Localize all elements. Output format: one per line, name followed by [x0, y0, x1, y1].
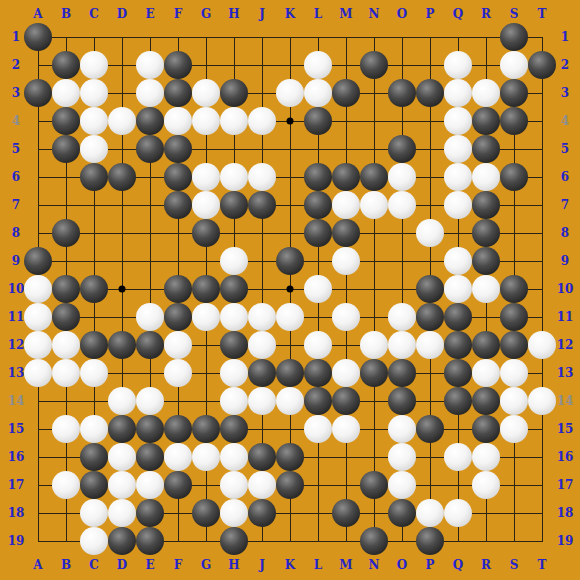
- white-stone: [472, 275, 500, 303]
- black-stone: [500, 303, 528, 331]
- white-stone: [220, 247, 248, 275]
- black-stone: [360, 471, 388, 499]
- white-stone: [80, 51, 108, 79]
- black-stone: [332, 387, 360, 415]
- column-label-bottom: N: [369, 559, 380, 571]
- black-stone: [304, 191, 332, 219]
- black-stone: [360, 51, 388, 79]
- black-stone: [108, 163, 136, 191]
- column-label-top: E: [145, 8, 154, 20]
- white-stone: [472, 163, 500, 191]
- white-stone: [276, 387, 304, 415]
- white-stone: [136, 51, 164, 79]
- black-stone: [388, 79, 416, 107]
- black-stone: [416, 79, 444, 107]
- black-stone: [444, 303, 472, 331]
- white-stone: [24, 359, 52, 387]
- white-stone: [80, 359, 108, 387]
- white-stone: [248, 387, 276, 415]
- black-stone: [80, 471, 108, 499]
- black-stone: [52, 303, 80, 331]
- white-stone: [444, 275, 472, 303]
- white-stone: [80, 107, 108, 135]
- black-stone: [52, 219, 80, 247]
- row-label-right: 14: [557, 395, 574, 407]
- black-stone: [108, 415, 136, 443]
- row-label-left: 13: [8, 367, 25, 379]
- row-label-right: 1: [561, 31, 569, 43]
- column-label-bottom: A: [33, 559, 42, 571]
- black-stone: [360, 527, 388, 555]
- row-label-right: 19: [557, 535, 574, 547]
- white-stone: [416, 499, 444, 527]
- white-stone: [304, 331, 332, 359]
- white-stone: [108, 387, 136, 415]
- white-stone: [220, 471, 248, 499]
- white-stone: [52, 471, 80, 499]
- row-label-right: 3: [561, 87, 569, 99]
- white-stone: [304, 275, 332, 303]
- black-stone: [472, 331, 500, 359]
- black-stone: [164, 471, 192, 499]
- column-label-bottom: S: [510, 559, 519, 571]
- black-stone: [220, 331, 248, 359]
- white-stone: [24, 331, 52, 359]
- white-stone: [388, 191, 416, 219]
- row-label-left: 14: [8, 395, 25, 407]
- white-stone: [388, 471, 416, 499]
- black-stone: [528, 51, 556, 79]
- row-label-left: 7: [12, 199, 20, 211]
- row-label-right: 16: [557, 451, 574, 463]
- black-stone: [24, 79, 52, 107]
- column-label-top: C: [89, 8, 99, 20]
- white-stone: [444, 247, 472, 275]
- white-stone: [220, 387, 248, 415]
- column-label-bottom: B: [61, 559, 71, 571]
- black-stone: [444, 331, 472, 359]
- black-stone: [276, 471, 304, 499]
- white-stone: [248, 107, 276, 135]
- white-stone: [24, 303, 52, 331]
- black-stone: [164, 163, 192, 191]
- black-stone: [332, 499, 360, 527]
- white-stone: [192, 443, 220, 471]
- white-stone: [80, 499, 108, 527]
- black-stone: [136, 415, 164, 443]
- white-stone: [108, 107, 136, 135]
- black-stone: [472, 191, 500, 219]
- row-label-right: 10: [557, 283, 574, 295]
- black-stone: [500, 23, 528, 51]
- black-stone: [164, 51, 192, 79]
- row-label-left: 19: [8, 535, 25, 547]
- black-stone: [164, 135, 192, 163]
- white-stone: [80, 527, 108, 555]
- black-stone: [248, 443, 276, 471]
- black-stone: [388, 359, 416, 387]
- grid-vertical-line: [374, 37, 375, 542]
- black-stone: [304, 219, 332, 247]
- white-stone: [388, 415, 416, 443]
- white-stone: [360, 191, 388, 219]
- black-stone: [388, 387, 416, 415]
- black-stone: [136, 107, 164, 135]
- column-label-top: G: [201, 8, 211, 20]
- black-stone: [416, 527, 444, 555]
- row-label-right: 8: [561, 227, 569, 239]
- black-stone: [304, 107, 332, 135]
- row-label-left: 10: [8, 283, 25, 295]
- grid-vertical-line: [346, 37, 347, 542]
- black-stone: [24, 23, 52, 51]
- grid-vertical-line: [542, 37, 543, 542]
- black-stone: [248, 499, 276, 527]
- column-label-bottom: E: [145, 559, 154, 571]
- white-stone: [248, 163, 276, 191]
- black-stone: [276, 247, 304, 275]
- go-board[interactable]: AABBCCDDEEFFGGHHJJKKLLMMNNOOPPQQRRSSTT11…: [0, 0, 580, 580]
- white-stone: [108, 499, 136, 527]
- row-label-right: 13: [557, 367, 574, 379]
- black-stone: [360, 359, 388, 387]
- column-label-top: H: [228, 8, 239, 20]
- column-label-top: S: [510, 8, 519, 20]
- column-label-bottom: K: [285, 559, 295, 571]
- column-label-bottom: M: [339, 559, 352, 571]
- black-stone: [24, 247, 52, 275]
- white-stone: [80, 415, 108, 443]
- row-label-left: 12: [8, 339, 25, 351]
- white-stone: [248, 303, 276, 331]
- column-label-bottom: O: [397, 559, 407, 571]
- column-label-top: F: [174, 8, 183, 20]
- white-stone: [52, 415, 80, 443]
- black-stone: [388, 135, 416, 163]
- white-stone: [80, 79, 108, 107]
- black-stone: [276, 359, 304, 387]
- white-stone: [220, 499, 248, 527]
- row-label-left: 8: [12, 227, 20, 239]
- black-stone: [136, 499, 164, 527]
- white-stone: [136, 387, 164, 415]
- white-stone: [500, 51, 528, 79]
- white-stone: [500, 415, 528, 443]
- white-stone: [164, 443, 192, 471]
- black-stone: [444, 387, 472, 415]
- white-stone: [192, 79, 220, 107]
- white-stone: [52, 331, 80, 359]
- white-stone: [472, 471, 500, 499]
- black-stone: [52, 107, 80, 135]
- black-stone: [108, 331, 136, 359]
- star-point: [119, 286, 126, 293]
- black-stone: [136, 443, 164, 471]
- white-stone: [164, 359, 192, 387]
- white-stone: [220, 107, 248, 135]
- black-stone: [52, 51, 80, 79]
- black-stone: [472, 135, 500, 163]
- column-label-top: R: [481, 8, 491, 20]
- black-stone: [192, 275, 220, 303]
- white-stone: [500, 387, 528, 415]
- row-label-right: 2: [561, 59, 569, 71]
- white-stone: [108, 443, 136, 471]
- white-stone: [164, 331, 192, 359]
- white-stone: [416, 219, 444, 247]
- black-stone: [108, 527, 136, 555]
- black-stone: [220, 275, 248, 303]
- column-label-bottom: T: [538, 559, 547, 571]
- column-label-bottom: J: [259, 559, 265, 571]
- column-label-top: J: [259, 8, 265, 20]
- white-stone: [276, 79, 304, 107]
- white-stone: [444, 79, 472, 107]
- white-stone: [52, 359, 80, 387]
- column-label-top: D: [117, 8, 127, 20]
- black-stone: [248, 191, 276, 219]
- row-label-left: 2: [12, 59, 20, 71]
- black-stone: [472, 219, 500, 247]
- black-stone: [304, 387, 332, 415]
- black-stone: [164, 79, 192, 107]
- black-stone: [220, 415, 248, 443]
- white-stone: [500, 359, 528, 387]
- star-point: [287, 286, 294, 293]
- row-label-right: 7: [561, 199, 569, 211]
- white-stone: [80, 135, 108, 163]
- black-stone: [500, 79, 528, 107]
- row-label-left: 15: [8, 423, 25, 435]
- white-stone: [444, 499, 472, 527]
- white-stone: [276, 303, 304, 331]
- black-stone: [192, 219, 220, 247]
- column-label-bottom: C: [89, 559, 99, 571]
- column-label-top: T: [538, 8, 547, 20]
- white-stone: [388, 303, 416, 331]
- row-label-right: 5: [561, 143, 569, 155]
- column-label-bottom: G: [201, 559, 211, 571]
- white-stone: [136, 303, 164, 331]
- white-stone: [220, 443, 248, 471]
- white-stone: [444, 191, 472, 219]
- white-stone: [332, 191, 360, 219]
- row-label-right: 4: [561, 115, 569, 127]
- white-stone: [24, 275, 52, 303]
- column-label-top: O: [397, 8, 407, 20]
- white-stone: [192, 107, 220, 135]
- black-stone: [332, 163, 360, 191]
- white-stone: [220, 163, 248, 191]
- column-label-top: L: [314, 8, 322, 20]
- row-label-left: 9: [12, 255, 20, 267]
- column-label-bottom: H: [228, 559, 239, 571]
- black-stone: [136, 135, 164, 163]
- white-stone: [248, 331, 276, 359]
- black-stone: [52, 275, 80, 303]
- column-label-bottom: F: [174, 559, 183, 571]
- black-stone: [248, 359, 276, 387]
- white-stone: [136, 79, 164, 107]
- row-label-right: 6: [561, 171, 569, 183]
- column-label-bottom: R: [481, 559, 491, 571]
- black-stone: [192, 499, 220, 527]
- white-stone: [332, 415, 360, 443]
- row-label-left: 3: [12, 87, 20, 99]
- column-label-bottom: L: [314, 559, 322, 571]
- white-stone: [472, 443, 500, 471]
- black-stone: [220, 527, 248, 555]
- black-stone: [500, 331, 528, 359]
- white-stone: [388, 163, 416, 191]
- black-stone: [472, 107, 500, 135]
- column-label-top: N: [369, 8, 380, 20]
- white-stone: [388, 443, 416, 471]
- white-stone: [416, 331, 444, 359]
- black-stone: [220, 79, 248, 107]
- white-stone: [472, 359, 500, 387]
- black-stone: [220, 191, 248, 219]
- white-stone: [472, 79, 500, 107]
- row-label-right: 9: [561, 255, 569, 267]
- black-stone: [332, 219, 360, 247]
- white-stone: [444, 107, 472, 135]
- white-stone: [360, 331, 388, 359]
- black-stone: [164, 275, 192, 303]
- black-stone: [416, 275, 444, 303]
- black-stone: [472, 387, 500, 415]
- column-label-top: K: [285, 8, 295, 20]
- white-stone: [304, 51, 332, 79]
- row-label-left: 16: [8, 451, 25, 463]
- row-label-left: 17: [8, 479, 25, 491]
- black-stone: [416, 303, 444, 331]
- white-stone: [332, 247, 360, 275]
- row-label-right: 11: [557, 311, 574, 323]
- column-label-top: Q: [453, 8, 463, 20]
- row-label-left: 11: [8, 311, 25, 323]
- white-stone: [304, 79, 332, 107]
- black-stone: [80, 163, 108, 191]
- white-stone: [248, 471, 276, 499]
- white-stone: [444, 135, 472, 163]
- black-stone: [500, 275, 528, 303]
- black-stone: [276, 443, 304, 471]
- column-label-top: M: [339, 8, 352, 20]
- column-label-top: P: [425, 8, 434, 20]
- white-stone: [332, 359, 360, 387]
- row-label-right: 15: [557, 423, 574, 435]
- black-stone: [80, 443, 108, 471]
- black-stone: [304, 163, 332, 191]
- white-stone: [444, 51, 472, 79]
- black-stone: [444, 359, 472, 387]
- row-label-right: 12: [557, 339, 574, 351]
- black-stone: [416, 415, 444, 443]
- white-stone: [192, 191, 220, 219]
- column-label-top: A: [33, 8, 42, 20]
- black-stone: [80, 331, 108, 359]
- white-stone: [528, 387, 556, 415]
- row-label-left: 1: [12, 31, 20, 43]
- black-stone: [192, 415, 220, 443]
- white-stone: [388, 331, 416, 359]
- white-stone: [108, 471, 136, 499]
- white-stone: [136, 471, 164, 499]
- row-label-left: 5: [12, 143, 20, 155]
- black-stone: [388, 499, 416, 527]
- row-label-left: 6: [12, 171, 20, 183]
- row-label-right: 17: [557, 479, 574, 491]
- black-stone: [360, 163, 388, 191]
- black-stone: [164, 303, 192, 331]
- black-stone: [332, 79, 360, 107]
- white-stone: [52, 79, 80, 107]
- black-stone: [500, 107, 528, 135]
- black-stone: [500, 163, 528, 191]
- black-stone: [304, 359, 332, 387]
- white-stone: [164, 107, 192, 135]
- white-stone: [444, 443, 472, 471]
- column-label-bottom: Q: [453, 559, 463, 571]
- white-stone: [192, 303, 220, 331]
- white-stone: [220, 359, 248, 387]
- black-stone: [136, 527, 164, 555]
- black-stone: [52, 135, 80, 163]
- column-label-bottom: D: [117, 559, 127, 571]
- black-stone: [164, 415, 192, 443]
- white-stone: [192, 163, 220, 191]
- black-stone: [136, 331, 164, 359]
- white-stone: [332, 303, 360, 331]
- black-stone: [164, 191, 192, 219]
- black-stone: [472, 247, 500, 275]
- white-stone: [444, 163, 472, 191]
- white-stone: [304, 415, 332, 443]
- black-stone: [472, 415, 500, 443]
- row-label-right: 18: [557, 507, 574, 519]
- column-label-bottom: P: [425, 559, 434, 571]
- row-label-left: 4: [12, 115, 20, 127]
- star-point: [287, 118, 294, 125]
- white-stone: [528, 331, 556, 359]
- white-stone: [220, 303, 248, 331]
- row-label-left: 18: [8, 507, 25, 519]
- black-stone: [80, 275, 108, 303]
- column-label-top: B: [61, 8, 71, 20]
